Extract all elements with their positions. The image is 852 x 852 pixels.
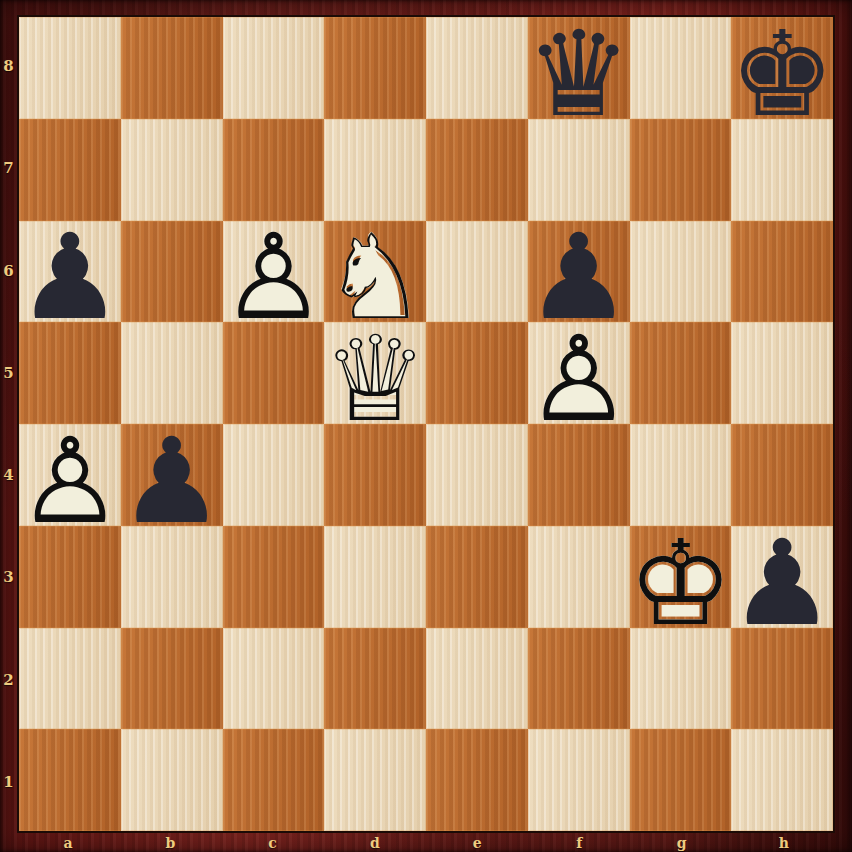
- square-d4[interactable]: [324, 424, 426, 526]
- square-c3[interactable]: [223, 526, 325, 628]
- file-label-a: a: [17, 833, 119, 852]
- square-e4[interactable]: [426, 424, 528, 526]
- rank-label-6: 6: [0, 220, 17, 322]
- square-c8[interactable]: [223, 17, 325, 119]
- square-g1[interactable]: [630, 729, 732, 831]
- square-c2[interactable]: [223, 628, 325, 730]
- square-b4[interactable]: ♟: [121, 424, 223, 526]
- black-queen-icon: ♛: [528, 23, 630, 125]
- piece-black-king[interactable]: ♚: [731, 17, 833, 119]
- square-b5[interactable]: [121, 322, 223, 424]
- square-c7[interactable]: [223, 119, 325, 221]
- square-b7[interactable]: [121, 119, 223, 221]
- square-f8[interactable]: ♛: [528, 17, 630, 119]
- square-c5[interactable]: [223, 322, 325, 424]
- square-a8[interactable]: [19, 17, 121, 119]
- square-d5[interactable]: ♛♕: [324, 322, 426, 424]
- file-label-b: b: [119, 833, 221, 852]
- square-a4[interactable]: ♟♙: [19, 424, 121, 526]
- white-pawn-outline-icon: ♙: [528, 328, 630, 430]
- square-c6[interactable]: ♟♙: [223, 221, 325, 323]
- square-a2[interactable]: [19, 628, 121, 730]
- rank-label-4: 4: [0, 424, 17, 526]
- chess-board-frame: ♛♚♟♟♙♞♘♟♛♕♟♙♟♙♟♚♔♟ 87654321abcdefgh: [0, 0, 852, 852]
- piece-white-pawn[interactable]: ♟♙: [223, 221, 325, 323]
- square-h2[interactable]: [731, 628, 833, 730]
- white-queen-outline-icon: ♕: [324, 328, 426, 430]
- square-f3[interactable]: [528, 526, 630, 628]
- square-e2[interactable]: [426, 628, 528, 730]
- square-g7[interactable]: [630, 119, 732, 221]
- white-pawn-outline-icon: ♙: [223, 227, 325, 329]
- piece-white-pawn[interactable]: ♟♙: [19, 424, 121, 526]
- piece-white-king[interactable]: ♚♔: [630, 526, 732, 628]
- square-h7[interactable]: [731, 119, 833, 221]
- square-h6[interactable]: [731, 221, 833, 323]
- square-h8[interactable]: ♚: [731, 17, 833, 119]
- black-pawn-icon: ♟: [731, 532, 833, 634]
- rank-label-7: 7: [0, 117, 17, 219]
- black-king-icon: ♚: [731, 23, 833, 125]
- black-pawn-icon: ♟: [121, 430, 223, 532]
- square-c1[interactable]: [223, 729, 325, 831]
- rank-label-2: 2: [0, 629, 17, 731]
- square-d3[interactable]: [324, 526, 426, 628]
- file-label-f: f: [528, 833, 630, 852]
- file-label-h: h: [733, 833, 835, 852]
- white-king-outline-icon: ♔: [630, 532, 732, 634]
- square-b1[interactable]: [121, 729, 223, 831]
- file-label-c: c: [222, 833, 324, 852]
- piece-black-queen[interactable]: ♛: [528, 17, 630, 119]
- file-label-d: d: [324, 833, 426, 852]
- square-h3[interactable]: ♟: [731, 526, 833, 628]
- black-pawn-icon: ♟: [19, 227, 121, 329]
- square-f5[interactable]: ♟♙: [528, 322, 630, 424]
- square-a7[interactable]: [19, 119, 121, 221]
- square-f1[interactable]: [528, 729, 630, 831]
- square-e3[interactable]: [426, 526, 528, 628]
- square-g3[interactable]: ♚♔: [630, 526, 732, 628]
- square-d1[interactable]: [324, 729, 426, 831]
- piece-white-knight[interactable]: ♞♘: [324, 221, 426, 323]
- file-label-e: e: [426, 833, 528, 852]
- square-e5[interactable]: [426, 322, 528, 424]
- square-e6[interactable]: [426, 221, 528, 323]
- square-h1[interactable]: [731, 729, 833, 831]
- rank-label-8: 8: [0, 15, 17, 117]
- square-g2[interactable]: [630, 628, 732, 730]
- square-c4[interactable]: [223, 424, 325, 526]
- square-g8[interactable]: [630, 17, 732, 119]
- square-a1[interactable]: [19, 729, 121, 831]
- square-e8[interactable]: [426, 17, 528, 119]
- piece-white-queen[interactable]: ♛♕: [324, 322, 426, 424]
- square-a5[interactable]: [19, 322, 121, 424]
- square-f4[interactable]: [528, 424, 630, 526]
- piece-black-pawn[interactable]: ♟: [19, 221, 121, 323]
- rank-label-3: 3: [0, 526, 17, 628]
- square-h4[interactable]: [731, 424, 833, 526]
- rank-label-1: 1: [0, 731, 17, 833]
- square-f2[interactable]: [528, 628, 630, 730]
- rank-label-5: 5: [0, 322, 17, 424]
- square-b3[interactable]: [121, 526, 223, 628]
- piece-black-pawn[interactable]: ♟: [731, 526, 833, 628]
- square-f7[interactable]: [528, 119, 630, 221]
- square-b2[interactable]: [121, 628, 223, 730]
- square-d6[interactable]: ♞♘: [324, 221, 426, 323]
- square-d8[interactable]: [324, 17, 426, 119]
- square-h5[interactable]: [731, 322, 833, 424]
- square-e7[interactable]: [426, 119, 528, 221]
- piece-black-pawn[interactable]: ♟: [528, 221, 630, 323]
- square-f6[interactable]: ♟: [528, 221, 630, 323]
- square-g5[interactable]: [630, 322, 732, 424]
- square-a6[interactable]: ♟: [19, 221, 121, 323]
- piece-black-pawn[interactable]: ♟: [121, 424, 223, 526]
- square-d2[interactable]: [324, 628, 426, 730]
- square-a3[interactable]: [19, 526, 121, 628]
- square-e1[interactable]: [426, 729, 528, 831]
- file-label-g: g: [631, 833, 733, 852]
- square-g6[interactable]: [630, 221, 732, 323]
- square-g4[interactable]: [630, 424, 732, 526]
- square-b8[interactable]: [121, 17, 223, 119]
- piece-white-pawn[interactable]: ♟♙: [528, 322, 630, 424]
- white-pawn-outline-icon: ♙: [19, 430, 121, 532]
- square-b6[interactable]: [121, 221, 223, 323]
- chess-board: ♛♚♟♟♙♞♘♟♛♕♟♙♟♙♟♚♔♟: [17, 15, 835, 833]
- square-d7[interactable]: [324, 119, 426, 221]
